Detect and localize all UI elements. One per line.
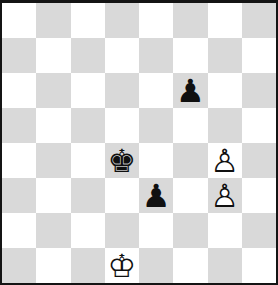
white-pawn-piece: ♟♙ (208, 143, 242, 178)
square-d2[interactable] (105, 213, 139, 248)
square-g7[interactable] (208, 38, 242, 73)
square-e4[interactable] (139, 143, 173, 178)
square-h3[interactable] (242, 178, 276, 213)
square-f2[interactable] (173, 213, 207, 248)
square-b4[interactable] (36, 143, 70, 178)
square-c8[interactable] (71, 3, 105, 38)
square-a3[interactable] (2, 178, 36, 213)
square-h5[interactable] (242, 108, 276, 143)
square-c7[interactable] (71, 38, 105, 73)
square-b7[interactable] (36, 38, 70, 73)
square-g4[interactable]: ♟♙ (208, 143, 242, 178)
black-pawn-piece: ♟ (139, 178, 173, 213)
square-a7[interactable] (2, 38, 36, 73)
square-e3[interactable]: ♟ (139, 178, 173, 213)
square-e6[interactable] (139, 73, 173, 108)
square-d1[interactable]: ♚♔ (105, 248, 139, 283)
white-king-piece: ♚♔ (105, 248, 139, 283)
square-a4[interactable] (2, 143, 36, 178)
square-f7[interactable] (173, 38, 207, 73)
square-g3[interactable]: ♟♙ (208, 178, 242, 213)
square-b5[interactable] (36, 108, 70, 143)
square-f1[interactable] (173, 248, 207, 283)
square-b6[interactable] (36, 73, 70, 108)
square-d5[interactable] (105, 108, 139, 143)
square-h4[interactable] (242, 143, 276, 178)
square-d8[interactable] (105, 3, 139, 38)
square-h7[interactable] (242, 38, 276, 73)
square-d6[interactable] (105, 73, 139, 108)
square-a6[interactable] (2, 73, 36, 108)
square-a2[interactable] (2, 213, 36, 248)
square-b2[interactable] (36, 213, 70, 248)
square-b1[interactable] (36, 248, 70, 283)
square-c4[interactable] (71, 143, 105, 178)
square-h6[interactable] (242, 73, 276, 108)
square-h8[interactable] (242, 3, 276, 38)
square-f4[interactable] (173, 143, 207, 178)
square-e2[interactable] (139, 213, 173, 248)
square-g6[interactable] (208, 73, 242, 108)
square-e1[interactable] (139, 248, 173, 283)
square-c6[interactable] (71, 73, 105, 108)
black-king-piece: ♚ (105, 143, 139, 178)
square-g1[interactable] (208, 248, 242, 283)
square-d4[interactable]: ♚ (105, 143, 139, 178)
square-g2[interactable] (208, 213, 242, 248)
square-c2[interactable] (71, 213, 105, 248)
square-c1[interactable] (71, 248, 105, 283)
square-h2[interactable] (242, 213, 276, 248)
square-f8[interactable] (173, 3, 207, 38)
square-c3[interactable] (71, 178, 105, 213)
square-b3[interactable] (36, 178, 70, 213)
square-c5[interactable] (71, 108, 105, 143)
square-a1[interactable] (2, 248, 36, 283)
square-a5[interactable] (2, 108, 36, 143)
square-b8[interactable] (36, 3, 70, 38)
square-e8[interactable] (139, 3, 173, 38)
square-d7[interactable] (105, 38, 139, 73)
white-pawn-piece: ♟♙ (208, 178, 242, 213)
square-e7[interactable] (139, 38, 173, 73)
square-d3[interactable] (105, 178, 139, 213)
square-f5[interactable] (173, 108, 207, 143)
square-g8[interactable] (208, 3, 242, 38)
square-g5[interactable] (208, 108, 242, 143)
square-a8[interactable] (2, 3, 36, 38)
square-f6[interactable]: ♟ (173, 73, 207, 108)
square-f3[interactable] (173, 178, 207, 213)
black-pawn-piece: ♟ (173, 73, 207, 108)
square-h1[interactable] (242, 248, 276, 283)
chessboard: ♟♚♟♙♟♟♙♚♔ (0, 0, 278, 285)
square-e5[interactable] (139, 108, 173, 143)
